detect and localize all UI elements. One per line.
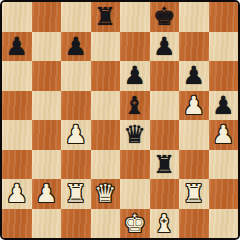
square-h3[interactable] — [209, 150, 239, 180]
square-c8[interactable] — [61, 2, 91, 32]
square-a3[interactable] — [2, 150, 32, 180]
piece-black-pawn[interactable]: ♟ — [183, 61, 205, 90]
piece-black-pawn[interactable]: ♟ — [6, 32, 28, 61]
square-c4[interactable]: ♟ — [61, 120, 91, 150]
square-g7[interactable] — [179, 32, 209, 62]
square-c3[interactable] — [61, 150, 91, 180]
square-a2[interactable]: ♟ — [2, 179, 32, 209]
square-c1[interactable] — [61, 209, 91, 239]
piece-black-queen[interactable]: ♛ — [124, 120, 146, 149]
square-g6[interactable]: ♟ — [179, 61, 209, 91]
square-f5[interactable] — [150, 91, 180, 121]
piece-black-king[interactable]: ♚ — [153, 2, 175, 31]
square-c7[interactable]: ♟ — [61, 32, 91, 62]
square-a7[interactable]: ♟ — [2, 32, 32, 62]
square-b6[interactable] — [32, 61, 62, 91]
square-e8[interactable] — [120, 2, 150, 32]
square-e7[interactable] — [120, 32, 150, 62]
square-g2[interactable]: ♜ — [179, 179, 209, 209]
piece-black-rook[interactable]: ♜ — [153, 150, 175, 179]
square-h4[interactable]: ♟ — [209, 120, 239, 150]
piece-white-pawn[interactable]: ♟ — [212, 120, 234, 149]
square-f7[interactable]: ♟ — [150, 32, 180, 62]
square-h7[interactable] — [209, 32, 239, 62]
square-c5[interactable] — [61, 91, 91, 121]
piece-black-rook[interactable]: ♜ — [94, 2, 116, 31]
square-e4[interactable]: ♛ — [120, 120, 150, 150]
square-e6[interactable]: ♟ — [120, 61, 150, 91]
square-d1[interactable] — [91, 209, 121, 239]
square-e2[interactable] — [120, 179, 150, 209]
piece-black-pawn[interactable]: ♟ — [65, 32, 87, 61]
square-h8[interactable] — [209, 2, 239, 32]
piece-white-pawn[interactable]: ♟ — [183, 91, 205, 120]
piece-white-rook[interactable]: ♜ — [183, 179, 205, 208]
square-b1[interactable] — [32, 209, 62, 239]
square-h5[interactable]: ♟ — [209, 91, 239, 121]
piece-white-bishop[interactable]: ♝ — [153, 209, 175, 238]
piece-white-pawn[interactable]: ♟ — [35, 179, 57, 208]
square-f8[interactable]: ♚ — [150, 2, 180, 32]
piece-white-queen[interactable]: ♛ — [94, 179, 116, 208]
square-e3[interactable] — [120, 150, 150, 180]
square-d6[interactable] — [91, 61, 121, 91]
board-grid: ♜♚♟♟♟♟♟♝♟♟♟♛♟♜♟♟♜♛♜♚♝ — [2, 2, 238, 238]
square-b5[interactable] — [32, 91, 62, 121]
square-g5[interactable]: ♟ — [179, 91, 209, 121]
square-a5[interactable] — [2, 91, 32, 121]
square-b4[interactable] — [32, 120, 62, 150]
square-h2[interactable] — [209, 179, 239, 209]
square-b3[interactable] — [32, 150, 62, 180]
square-h1[interactable] — [209, 209, 239, 239]
square-g3[interactable] — [179, 150, 209, 180]
square-d5[interactable] — [91, 91, 121, 121]
piece-black-pawn[interactable]: ♟ — [124, 61, 146, 90]
piece-white-king[interactable]: ♚ — [124, 209, 146, 238]
square-d8[interactable]: ♜ — [91, 2, 121, 32]
square-a4[interactable] — [2, 120, 32, 150]
square-d4[interactable] — [91, 120, 121, 150]
square-c6[interactable] — [61, 61, 91, 91]
piece-white-pawn[interactable]: ♟ — [6, 179, 28, 208]
square-d7[interactable] — [91, 32, 121, 62]
square-g1[interactable] — [179, 209, 209, 239]
square-e5[interactable]: ♝ — [120, 91, 150, 121]
piece-black-bishop[interactable]: ♝ — [124, 91, 146, 120]
square-g8[interactable] — [179, 2, 209, 32]
square-e1[interactable]: ♚ — [120, 209, 150, 239]
square-a1[interactable] — [2, 209, 32, 239]
square-f2[interactable] — [150, 179, 180, 209]
piece-white-pawn[interactable]: ♟ — [65, 120, 87, 149]
square-a6[interactable] — [2, 61, 32, 91]
square-f6[interactable] — [150, 61, 180, 91]
square-f4[interactable] — [150, 120, 180, 150]
piece-black-pawn[interactable]: ♟ — [153, 32, 175, 61]
square-g4[interactable] — [179, 120, 209, 150]
piece-black-pawn[interactable]: ♟ — [212, 91, 234, 120]
square-b2[interactable]: ♟ — [32, 179, 62, 209]
square-a8[interactable] — [2, 2, 32, 32]
square-f3[interactable]: ♜ — [150, 150, 180, 180]
square-d3[interactable] — [91, 150, 121, 180]
square-c2[interactable]: ♜ — [61, 179, 91, 209]
square-b7[interactable] — [32, 32, 62, 62]
square-b8[interactable] — [32, 2, 62, 32]
piece-white-rook[interactable]: ♜ — [65, 179, 87, 208]
chess-board: ♜♚♟♟♟♟♟♝♟♟♟♛♟♜♟♟♜♛♜♚♝ — [0, 0, 240, 240]
square-d2[interactable]: ♛ — [91, 179, 121, 209]
square-f1[interactable]: ♝ — [150, 209, 180, 239]
square-h6[interactable] — [209, 61, 239, 91]
